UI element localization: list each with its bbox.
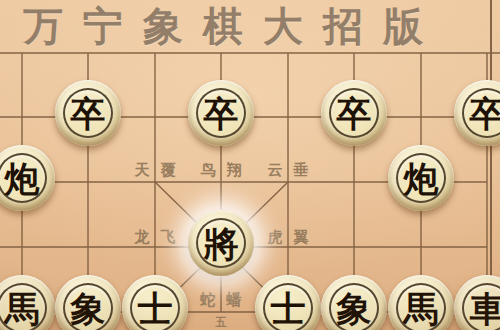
black-soldier-1[interactable]: 卒 [55,80,121,146]
black-soldier-4[interactable]: 卒 [454,80,500,146]
piece-glyph: 將 [188,210,254,276]
black-cannon-left[interactable]: 炮 [0,145,55,211]
black-horse-right[interactable]: 馬 [388,275,454,330]
black-advisor-left[interactable]: 士 [122,275,188,330]
piece-glyph: 馬 [0,275,55,330]
black-elephant-left[interactable]: 象 [55,275,121,330]
black-advisor-right[interactable]: 士 [255,275,321,330]
black-chariot-right[interactable]: 車 [454,275,500,330]
piece-glyph: 士 [255,275,321,330]
piece-glyph: 卒 [321,80,387,146]
piece-glyph: 士 [122,275,188,330]
black-horse-left[interactable]: 馬 [0,275,55,330]
piece-glyph: 炮 [0,145,55,211]
black-elephant-right[interactable]: 象 [321,275,387,330]
piece-glyph: 炮 [388,145,454,211]
piece-glyph: 車 [454,275,500,330]
black-general[interactable]: 將 [188,210,254,276]
pieces-layer: 卒卒卒卒炮炮將馬象士士象馬車 [0,0,500,330]
piece-glyph: 卒 [55,80,121,146]
piece-glyph: 象 [321,275,387,330]
xiangqi-app-screen: 万宁象棋大招版 天覆鸟翔云垂龙飞虎翼蛇蟠五 卒卒卒卒炮炮將馬象士士象馬車 [0,0,500,330]
piece-glyph: 象 [55,275,121,330]
black-cannon-right[interactable]: 炮 [388,145,454,211]
black-soldier-2[interactable]: 卒 [188,80,254,146]
piece-glyph: 卒 [188,80,254,146]
piece-glyph: 馬 [388,275,454,330]
black-soldier-3[interactable]: 卒 [321,80,387,146]
piece-glyph: 卒 [454,80,500,146]
